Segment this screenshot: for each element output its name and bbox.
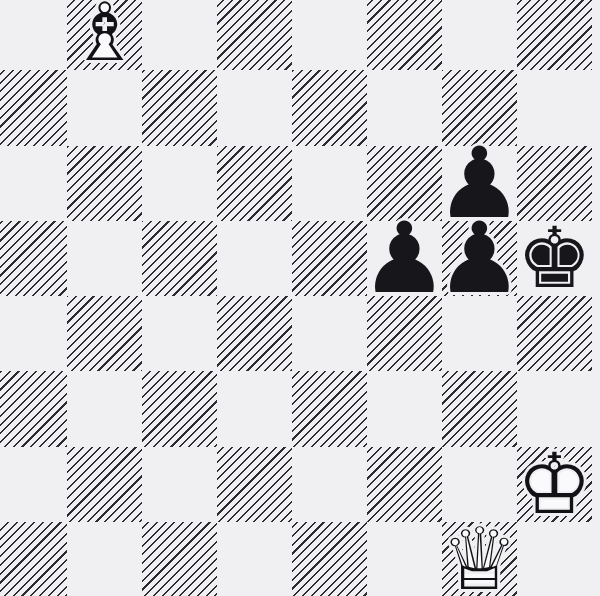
square-e3[interactable] [292,371,367,446]
square-a2[interactable] [0,447,67,522]
square-a8[interactable] [0,0,67,70]
square-f1[interactable] [367,522,442,596]
square-g1[interactable]: ♛♕ [442,522,517,596]
white-king-h2[interactable]: ♚♔ [517,442,592,526]
square-e5[interactable] [292,221,367,296]
square-d8[interactable] [217,0,292,70]
square-a5[interactable] [0,221,67,296]
square-b2[interactable] [67,447,142,522]
square-g8[interactable] [442,0,517,70]
king-icon: ♚ [517,216,592,300]
square-c7[interactable] [142,70,217,145]
square-e8[interactable] [292,0,367,70]
square-c8[interactable] [142,0,217,70]
king-icon: ♔ [517,442,592,526]
square-g5[interactable]: ♟ [442,221,517,296]
square-d5[interactable] [217,221,292,296]
white-queen-g1[interactable]: ♛♕ [441,516,518,596]
pawn-icon: ♟ [436,209,524,307]
square-f5[interactable]: ♟ [367,221,442,296]
square-a6[interactable] [0,146,67,221]
queen-icon: ♕ [441,516,518,596]
square-g3[interactable] [442,371,517,446]
square-f7[interactable] [367,70,442,145]
square-h8[interactable] [517,0,592,70]
square-b8[interactable]: ♝♗ [67,0,142,70]
square-b4[interactable] [67,296,142,371]
square-f3[interactable] [367,371,442,446]
square-a7[interactable] [0,70,67,145]
square-c1[interactable] [142,522,217,596]
square-d1[interactable] [217,522,292,596]
bishop-icon: ♗ [69,0,141,73]
square-f4[interactable] [367,296,442,371]
square-h7[interactable] [517,70,592,145]
chess-board: ♝♗♟♟♟♚♚♔♛♕ [0,0,592,596]
square-c5[interactable] [142,221,217,296]
square-b5[interactable] [67,221,142,296]
square-h1[interactable] [517,522,592,596]
chess-diagram: ♝♗♟♟♟♚♚♔♛♕ [0,0,600,596]
square-f8[interactable] [367,0,442,70]
square-b7[interactable] [67,70,142,145]
square-h2[interactable]: ♚♔ [517,447,592,522]
square-c6[interactable] [142,146,217,221]
square-d6[interactable] [217,146,292,221]
square-e7[interactable] [292,70,367,145]
square-h4[interactable] [517,296,592,371]
white-bishop-b8[interactable]: ♝♗ [69,0,141,73]
square-b6[interactable] [67,146,142,221]
square-d2[interactable] [217,447,292,522]
square-e6[interactable] [292,146,367,221]
square-g4[interactable] [442,296,517,371]
square-f2[interactable] [367,447,442,522]
square-a1[interactable] [0,522,67,596]
square-d4[interactable] [217,296,292,371]
square-b3[interactable] [67,371,142,446]
square-c2[interactable] [142,447,217,522]
square-d7[interactable] [217,70,292,145]
black-king-h5[interactable]: ♚ [517,216,592,300]
square-c4[interactable] [142,296,217,371]
square-d3[interactable] [217,371,292,446]
square-c3[interactable] [142,371,217,446]
square-e4[interactable] [292,296,367,371]
square-e1[interactable] [292,522,367,596]
square-a4[interactable] [0,296,67,371]
square-h5[interactable]: ♚ [517,221,592,296]
square-e2[interactable] [292,447,367,522]
square-b1[interactable] [67,522,142,596]
square-a3[interactable] [0,371,67,446]
black-pawn-g5[interactable]: ♟ [436,209,524,307]
